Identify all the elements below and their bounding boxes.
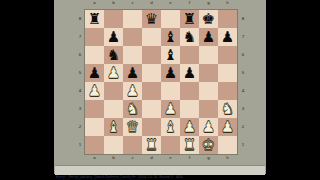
coord-label-6: 6 (79, 51, 82, 60)
square-a5: ♟ (85, 64, 104, 82)
square-d3 (142, 100, 161, 118)
black-pawn-a5: ♟ (88, 64, 101, 82)
white-knight-h3: ♞ (221, 100, 234, 118)
square-b4 (104, 82, 123, 100)
black-bishop-e7: ♝ (164, 28, 177, 46)
square-e1 (161, 136, 180, 154)
black-pawn-c5: ♟ (126, 64, 139, 82)
square-e3: ♟ (161, 100, 180, 118)
square-b8 (104, 10, 123, 28)
square-h6 (218, 46, 237, 64)
square-d8: ♛ (142, 10, 161, 28)
square-c3: ♞ (123, 100, 142, 118)
square-g6 (199, 46, 218, 64)
square-c4: ♟ (123, 82, 142, 100)
black-queen-d8: ♛ (145, 10, 158, 28)
coord-label-a: a (90, 1, 100, 5)
coord-label-2: 2 (242, 123, 245, 132)
black-pawn-g7: ♟ (202, 28, 215, 46)
coord-label-d: d (147, 1, 157, 5)
square-a4: ♟ (85, 82, 104, 100)
file-labels-top: abcdefgh (85, 1, 237, 9)
white-rook-d1: ♜ (145, 136, 158, 154)
square-c8 (123, 10, 142, 28)
coord-label-3: 3 (242, 105, 245, 114)
square-f7: ♞ (180, 28, 199, 46)
rank-labels-right: 87654321 (240, 10, 246, 154)
square-f8: ♜ (180, 10, 199, 28)
square-c5: ♟ (123, 64, 142, 82)
coord-label-3: 3 (79, 105, 82, 114)
black-pawn-f5: ♟ (183, 64, 196, 82)
square-d6 (142, 46, 161, 64)
square-h7: ♟ (218, 28, 237, 46)
square-a2 (85, 118, 104, 136)
white-pawn-c4: ♟ (126, 82, 139, 100)
square-g8: ♚ (199, 10, 218, 28)
square-b3 (104, 100, 123, 118)
square-d1: ♜ (142, 136, 161, 154)
square-a7 (85, 28, 104, 46)
square-d4 (142, 82, 161, 100)
square-b7: ♟ (104, 28, 123, 46)
coord-label-5: 5 (242, 69, 245, 78)
coord-label-e: e (166, 1, 176, 5)
white-rook-f1: ♜ (183, 136, 196, 154)
square-e7: ♝ (161, 28, 180, 46)
coord-label-4: 4 (79, 87, 82, 96)
coord-label-8: 8 (79, 15, 82, 24)
coord-label-6: 6 (242, 51, 245, 60)
square-d5 (142, 64, 161, 82)
letterbox-left (0, 0, 54, 180)
coord-label-7: 7 (242, 33, 245, 42)
square-h4 (218, 82, 237, 100)
square-g2: ♟ (199, 118, 218, 136)
coord-label-2: 2 (79, 123, 82, 132)
black-rook-a8: ♜ (88, 10, 101, 28)
black-knight-f7: ♞ (183, 28, 196, 46)
square-a8: ♜ (85, 10, 104, 28)
coord-label-1: 1 (79, 141, 82, 150)
black-knight-b6: ♞ (107, 46, 120, 64)
square-c2: ♛ (123, 118, 142, 136)
coord-label-1: 1 (242, 141, 245, 150)
white-pawn-g2: ♟ (202, 118, 215, 136)
white-pawn-a4: ♟ (88, 82, 101, 100)
square-g1: ♚ (199, 136, 218, 154)
square-e6: ♝ (161, 46, 180, 64)
game-info-panel: Event : Polish Jubilaty Dutch Defense Ca… (55, 165, 265, 175)
coord-label-f: f (185, 1, 195, 5)
white-knight-c3: ♞ (126, 100, 139, 118)
square-h1 (218, 136, 237, 154)
coord-label-h: h (223, 1, 233, 5)
square-d7 (142, 28, 161, 46)
square-b6: ♞ (104, 46, 123, 64)
black-rook-f8: ♜ (183, 10, 196, 28)
square-f4 (180, 82, 199, 100)
square-f3 (180, 100, 199, 118)
white-king-g1: ♚ (202, 136, 215, 154)
square-f2: ♟ (180, 118, 199, 136)
square-g5 (199, 64, 218, 82)
white-bishop-b2: ♝ (107, 118, 120, 136)
black-king-g8: ♚ (202, 10, 215, 28)
square-d2 (142, 118, 161, 136)
square-e8 (161, 10, 180, 28)
square-c7 (123, 28, 142, 46)
black-pawn-e5: ♟ (164, 64, 177, 82)
black-bishop-e6: ♝ (164, 46, 177, 64)
square-h2: ♟ (218, 118, 237, 136)
square-e5: ♟ (161, 64, 180, 82)
black-pawn-b7: ♟ (107, 28, 120, 46)
white-pawn-e3: ♟ (164, 100, 177, 118)
rank-labels-left: 87654321 (77, 10, 83, 154)
square-b1 (104, 136, 123, 154)
square-f1: ♜ (180, 136, 199, 154)
white-queen-c2: ♛ (126, 118, 139, 136)
square-e2: ♝ (161, 118, 180, 136)
white-pawn-h2: ♟ (221, 118, 234, 136)
coord-label-g: g (204, 1, 214, 5)
square-b2: ♝ (104, 118, 123, 136)
square-c6 (123, 46, 142, 64)
players-line: Stockfish 17 64-bit — Nembrini 1.7.1 (14… (54, 160, 266, 164)
square-b5: ♟ (104, 64, 123, 82)
chess-board: ♜♛♜♚♟♝♞♟♟♞♝♟♟♟♟♟♟♟♞♟♞♝♛♝♟♟♟♜♜♚ (84, 9, 238, 155)
black-pawn-h7: ♟ (221, 28, 234, 46)
square-f6 (180, 46, 199, 64)
square-g3 (199, 100, 218, 118)
coord-label-c: c (128, 1, 138, 5)
white-bishop-e2: ♝ (164, 118, 177, 136)
coord-label-7: 7 (79, 33, 82, 42)
coord-label-4: 4 (242, 87, 245, 96)
coord-label-8: 8 (242, 15, 245, 24)
square-f5: ♟ (180, 64, 199, 82)
square-a6 (85, 46, 104, 64)
square-g7: ♟ (199, 28, 218, 46)
square-a3 (85, 100, 104, 118)
square-e4 (161, 82, 180, 100)
letterbox-right (266, 0, 320, 180)
white-pawn-b5: ♟ (107, 64, 120, 82)
chess-gui-panel: abcdefgh abcdefgh 87654321 87654321 ♜♛♜♚… (54, 0, 266, 174)
coord-label-b: b (109, 1, 119, 5)
coord-label-5: 5 (79, 69, 82, 78)
square-h5 (218, 64, 237, 82)
white-pawn-f2: ♟ (183, 118, 196, 136)
square-a1 (85, 136, 104, 154)
video-frame: abcdefgh abcdefgh 87654321 87654321 ♜♛♜♚… (0, 0, 320, 180)
square-g4 (199, 82, 218, 100)
square-c1 (123, 136, 142, 154)
square-h8 (218, 10, 237, 28)
square-h3: ♞ (218, 100, 237, 118)
